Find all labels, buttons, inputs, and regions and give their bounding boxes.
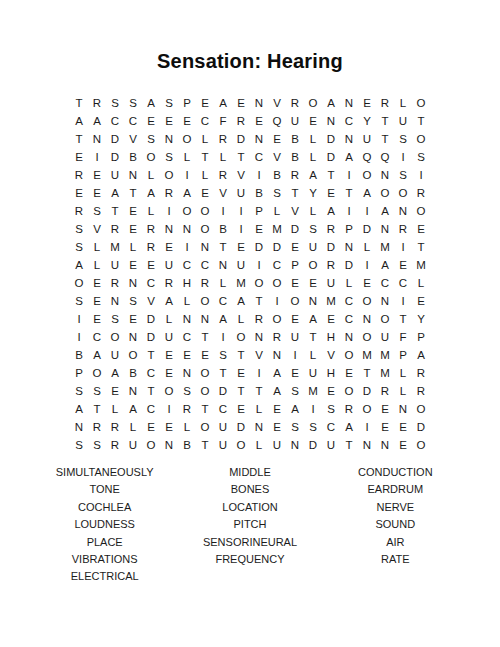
grid-cell[interactable]: L bbox=[160, 310, 178, 328]
grid-cell[interactable]: S bbox=[88, 382, 106, 400]
grid-cell[interactable]: S bbox=[70, 292, 88, 310]
grid-cell[interactable]: U bbox=[322, 274, 340, 292]
grid-cell[interactable]: E bbox=[232, 400, 250, 418]
grid-cell[interactable]: C bbox=[196, 112, 214, 130]
grid-cell[interactable]: E bbox=[142, 418, 160, 436]
grid-cell[interactable]: F bbox=[214, 112, 232, 130]
grid-cell[interactable]: C bbox=[340, 310, 358, 328]
grid-cell[interactable]: E bbox=[286, 364, 304, 382]
grid-cell[interactable]: V bbox=[214, 184, 232, 202]
grid-cell[interactable]: C bbox=[178, 256, 196, 274]
grid-cell[interactable]: N bbox=[250, 130, 268, 148]
grid-cell[interactable]: I bbox=[340, 166, 358, 184]
grid-cell[interactable]: C bbox=[340, 112, 358, 130]
grid-cell[interactable]: O bbox=[196, 292, 214, 310]
grid-cell[interactable]: S bbox=[268, 184, 286, 202]
grid-cell[interactable]: S bbox=[304, 220, 322, 238]
grid-cell[interactable]: E bbox=[88, 292, 106, 310]
grid-cell[interactable]: Y bbox=[304, 184, 322, 202]
grid-cell[interactable]: V bbox=[322, 346, 340, 364]
grid-cell[interactable]: O bbox=[412, 94, 430, 112]
grid-cell[interactable]: O bbox=[268, 274, 286, 292]
grid-cell[interactable]: R bbox=[376, 94, 394, 112]
grid-cell[interactable]: P bbox=[178, 94, 196, 112]
grid-cell[interactable]: L bbox=[412, 274, 430, 292]
grid-cell[interactable]: O bbox=[394, 184, 412, 202]
grid-cell[interactable]: D bbox=[358, 382, 376, 400]
grid-cell[interactable]: I bbox=[232, 220, 250, 238]
grid-cell[interactable]: V bbox=[88, 220, 106, 238]
grid-cell[interactable]: R bbox=[412, 364, 430, 382]
grid-cell[interactable]: N bbox=[250, 328, 268, 346]
grid-cell[interactable]: T bbox=[124, 184, 142, 202]
grid-cell[interactable]: E bbox=[196, 94, 214, 112]
grid-cell[interactable]: I bbox=[70, 328, 88, 346]
grid-cell[interactable]: E bbox=[70, 148, 88, 166]
grid-cell[interactable]: M bbox=[376, 238, 394, 256]
grid-cell[interactable]: I bbox=[340, 202, 358, 220]
grid-cell[interactable]: N bbox=[340, 328, 358, 346]
grid-cell[interactable]: U bbox=[268, 436, 286, 454]
grid-cell[interactable]: E bbox=[268, 130, 286, 148]
grid-cell[interactable]: R bbox=[322, 220, 340, 238]
grid-cell[interactable]: R bbox=[250, 310, 268, 328]
grid-cell[interactable]: M bbox=[322, 292, 340, 310]
grid-cell[interactable]: I bbox=[70, 310, 88, 328]
grid-cell[interactable]: R bbox=[286, 166, 304, 184]
grid-cell[interactable]: U bbox=[214, 418, 232, 436]
grid-cell[interactable]: A bbox=[304, 166, 322, 184]
grid-cell[interactable]: C bbox=[268, 256, 286, 274]
grid-cell[interactable]: R bbox=[214, 130, 232, 148]
grid-cell[interactable]: C bbox=[250, 148, 268, 166]
grid-cell[interactable]: R bbox=[70, 166, 88, 184]
grid-cell[interactable]: U bbox=[376, 328, 394, 346]
grid-cell[interactable]: V bbox=[286, 202, 304, 220]
grid-cell[interactable]: U bbox=[286, 328, 304, 346]
grid-cell[interactable]: S bbox=[394, 166, 412, 184]
grid-cell[interactable]: L bbox=[304, 148, 322, 166]
grid-cell[interactable]: C bbox=[142, 364, 160, 382]
grid-cell[interactable]: O bbox=[88, 364, 106, 382]
grid-cell[interactable]: N bbox=[196, 238, 214, 256]
grid-cell[interactable]: D bbox=[304, 436, 322, 454]
grid-cell[interactable]: S bbox=[322, 400, 340, 418]
grid-cell[interactable]: S bbox=[124, 292, 142, 310]
grid-cell[interactable]: R bbox=[376, 382, 394, 400]
grid-cell[interactable]: A bbox=[214, 310, 232, 328]
grid-cell[interactable]: B bbox=[268, 166, 286, 184]
grid-cell[interactable]: N bbox=[376, 220, 394, 238]
grid-cell[interactable]: O bbox=[376, 184, 394, 202]
grid-cell[interactable]: A bbox=[286, 400, 304, 418]
grid-cell[interactable]: S bbox=[88, 202, 106, 220]
grid-cell[interactable]: T bbox=[70, 130, 88, 148]
grid-cell[interactable]: N bbox=[304, 292, 322, 310]
grid-cell[interactable]: R bbox=[160, 274, 178, 292]
grid-cell[interactable]: R bbox=[178, 400, 196, 418]
grid-cell[interactable]: N bbox=[214, 256, 232, 274]
grid-cell[interactable]: N bbox=[394, 400, 412, 418]
grid-cell[interactable]: N bbox=[124, 328, 142, 346]
grid-cell[interactable]: E bbox=[88, 184, 106, 202]
grid-cell[interactable]: E bbox=[232, 364, 250, 382]
grid-cell[interactable]: L bbox=[178, 148, 196, 166]
grid-cell[interactable]: N bbox=[196, 310, 214, 328]
grid-cell[interactable]: A bbox=[304, 310, 322, 328]
grid-cell[interactable]: O bbox=[160, 382, 178, 400]
grid-cell[interactable]: F bbox=[394, 328, 412, 346]
grid-cell[interactable]: N bbox=[286, 436, 304, 454]
grid-cell[interactable]: N bbox=[88, 130, 106, 148]
grid-cell[interactable]: A bbox=[376, 256, 394, 274]
grid-cell[interactable]: I bbox=[358, 202, 376, 220]
grid-cell[interactable]: O bbox=[142, 436, 160, 454]
grid-cell[interactable]: D bbox=[106, 130, 124, 148]
grid-cell[interactable]: E bbox=[88, 310, 106, 328]
grid-cell[interactable]: U bbox=[304, 238, 322, 256]
grid-cell[interactable]: T bbox=[196, 436, 214, 454]
grid-cell[interactable]: D bbox=[250, 238, 268, 256]
grid-cell[interactable]: L bbox=[250, 436, 268, 454]
grid-cell[interactable]: U bbox=[160, 256, 178, 274]
grid-cell[interactable]: Q bbox=[268, 112, 286, 130]
grid-cell[interactable]: I bbox=[412, 166, 430, 184]
grid-cell[interactable]: N bbox=[358, 310, 376, 328]
grid-cell[interactable]: T bbox=[196, 400, 214, 418]
grid-cell[interactable]: D bbox=[232, 130, 250, 148]
grid-cell[interactable]: D bbox=[412, 418, 430, 436]
grid-cell[interactable]: I bbox=[178, 166, 196, 184]
grid-cell[interactable]: L bbox=[304, 130, 322, 148]
grid-cell[interactable]: T bbox=[88, 400, 106, 418]
grid-cell[interactable]: S bbox=[106, 310, 124, 328]
grid-cell[interactable]: V bbox=[142, 292, 160, 310]
grid-cell[interactable]: A bbox=[322, 202, 340, 220]
grid-cell[interactable]: A bbox=[70, 256, 88, 274]
grid-cell[interactable]: A bbox=[106, 184, 124, 202]
grid-cell[interactable]: E bbox=[196, 184, 214, 202]
grid-cell[interactable]: M bbox=[358, 346, 376, 364]
grid-cell[interactable]: T bbox=[322, 166, 340, 184]
grid-cell[interactable]: T bbox=[340, 184, 358, 202]
grid-cell[interactable]: N bbox=[124, 274, 142, 292]
grid-cell[interactable]: U bbox=[232, 184, 250, 202]
grid-cell[interactable]: L bbox=[340, 274, 358, 292]
grid-cell[interactable]: C bbox=[196, 256, 214, 274]
grid-cell[interactable]: P bbox=[70, 364, 88, 382]
grid-cell[interactable]: E bbox=[124, 256, 142, 274]
grid-cell[interactable]: E bbox=[160, 346, 178, 364]
grid-cell[interactable]: N bbox=[70, 418, 88, 436]
grid-cell[interactable]: L bbox=[214, 148, 232, 166]
grid-cell[interactable]: I bbox=[358, 256, 376, 274]
grid-cell[interactable]: S bbox=[70, 238, 88, 256]
grid-cell[interactable]: R bbox=[142, 220, 160, 238]
grid-cell[interactable]: O bbox=[286, 292, 304, 310]
grid-cell[interactable]: E bbox=[250, 220, 268, 238]
grid-cell[interactable]: L bbox=[196, 130, 214, 148]
grid-cell[interactable]: L bbox=[394, 382, 412, 400]
grid-cell[interactable]: R bbox=[196, 274, 214, 292]
grid-cell[interactable]: T bbox=[142, 382, 160, 400]
grid-cell[interactable]: O bbox=[250, 274, 268, 292]
grid-cell[interactable]: I bbox=[358, 418, 376, 436]
grid-cell[interactable]: E bbox=[268, 418, 286, 436]
grid-cell[interactable]: O bbox=[412, 130, 430, 148]
grid-cell[interactable]: S bbox=[304, 418, 322, 436]
grid-cell[interactable]: E bbox=[394, 436, 412, 454]
grid-cell[interactable]: I bbox=[304, 400, 322, 418]
grid-cell[interactable]: L bbox=[106, 400, 124, 418]
grid-cell[interactable]: T bbox=[250, 382, 268, 400]
grid-cell[interactable]: I bbox=[394, 292, 412, 310]
grid-cell[interactable]: T bbox=[376, 112, 394, 130]
grid-cell[interactable]: I bbox=[214, 328, 232, 346]
grid-cell[interactable]: D bbox=[322, 148, 340, 166]
grid-cell[interactable]: N bbox=[394, 202, 412, 220]
grid-cell[interactable]: P bbox=[250, 202, 268, 220]
grid-cell[interactable]: O bbox=[196, 418, 214, 436]
grid-cell[interactable]: R bbox=[106, 274, 124, 292]
grid-cell[interactable]: S bbox=[214, 346, 232, 364]
grid-cell[interactable]: U bbox=[106, 346, 124, 364]
grid-cell[interactable]: E bbox=[124, 220, 142, 238]
grid-cell[interactable]: O bbox=[178, 130, 196, 148]
grid-cell[interactable]: E bbox=[358, 274, 376, 292]
grid-cell[interactable]: I bbox=[160, 202, 178, 220]
grid-cell[interactable]: C bbox=[322, 418, 340, 436]
grid-cell[interactable]: A bbox=[232, 292, 250, 310]
grid-cell[interactable]: L bbox=[124, 238, 142, 256]
grid-cell[interactable]: T bbox=[196, 328, 214, 346]
grid-cell[interactable]: T bbox=[232, 346, 250, 364]
grid-cell[interactable]: E bbox=[178, 112, 196, 130]
grid-cell[interactable]: D bbox=[214, 382, 232, 400]
grid-cell[interactable]: I bbox=[88, 148, 106, 166]
grid-cell[interactable]: N bbox=[376, 436, 394, 454]
grid-cell[interactable]: C bbox=[340, 292, 358, 310]
grid-cell[interactable]: D bbox=[358, 220, 376, 238]
grid-cell[interactable]: D bbox=[268, 238, 286, 256]
grid-cell[interactable]: C bbox=[394, 274, 412, 292]
grid-cell[interactable]: A bbox=[268, 382, 286, 400]
grid-cell[interactable]: R bbox=[412, 382, 430, 400]
grid-cell[interactable]: A bbox=[70, 400, 88, 418]
grid-cell[interactable]: O bbox=[412, 436, 430, 454]
grid-cell[interactable]: Q bbox=[358, 148, 376, 166]
grid-cell[interactable]: M bbox=[268, 220, 286, 238]
grid-cell[interactable]: N bbox=[322, 112, 340, 130]
grid-cell[interactable]: E bbox=[376, 400, 394, 418]
grid-cell[interactable]: R bbox=[88, 94, 106, 112]
grid-cell[interactable]: O bbox=[178, 202, 196, 220]
grid-cell[interactable]: B bbox=[70, 346, 88, 364]
grid-cell[interactable]: L bbox=[214, 274, 232, 292]
grid-cell[interactable]: R bbox=[106, 436, 124, 454]
grid-cell[interactable]: L bbox=[394, 94, 412, 112]
grid-cell[interactable]: T bbox=[70, 94, 88, 112]
grid-cell[interactable]: U bbox=[358, 130, 376, 148]
grid-cell[interactable]: A bbox=[340, 418, 358, 436]
grid-cell[interactable]: E bbox=[88, 166, 106, 184]
grid-cell[interactable]: R bbox=[106, 418, 124, 436]
grid-cell[interactable]: I bbox=[250, 166, 268, 184]
grid-cell[interactable]: B bbox=[286, 148, 304, 166]
grid-cell[interactable]: P bbox=[340, 220, 358, 238]
grid-cell[interactable]: E bbox=[106, 382, 124, 400]
grid-cell[interactable]: V bbox=[268, 148, 286, 166]
grid-cell[interactable]: D bbox=[340, 256, 358, 274]
grid-cell[interactable]: O bbox=[412, 400, 430, 418]
grid-cell[interactable]: I bbox=[250, 256, 268, 274]
grid-cell[interactable]: O bbox=[106, 328, 124, 346]
grid-cell[interactable]: D bbox=[322, 238, 340, 256]
grid-cell[interactable]: N bbox=[376, 292, 394, 310]
grid-cell[interactable]: L bbox=[268, 202, 286, 220]
grid-cell[interactable]: E bbox=[304, 274, 322, 292]
grid-cell[interactable]: E bbox=[322, 382, 340, 400]
grid-cell[interactable]: L bbox=[250, 400, 268, 418]
grid-cell[interactable]: R bbox=[394, 220, 412, 238]
grid-cell[interactable]: P bbox=[286, 256, 304, 274]
grid-cell[interactable]: E bbox=[142, 256, 160, 274]
grid-cell[interactable]: A bbox=[376, 202, 394, 220]
grid-cell[interactable]: R bbox=[286, 94, 304, 112]
grid-cell[interactable]: R bbox=[160, 184, 178, 202]
grid-cell[interactable]: L bbox=[142, 166, 160, 184]
grid-cell[interactable]: L bbox=[142, 202, 160, 220]
grid-cell[interactable]: S bbox=[394, 130, 412, 148]
grid-cell[interactable]: L bbox=[358, 238, 376, 256]
grid-cell[interactable]: D bbox=[322, 130, 340, 148]
grid-cell[interactable]: B bbox=[124, 364, 142, 382]
grid-cell[interactable]: E bbox=[124, 202, 142, 220]
grid-cell[interactable]: I bbox=[250, 364, 268, 382]
grid-cell[interactable]: O bbox=[160, 166, 178, 184]
grid-cell[interactable]: E bbox=[124, 310, 142, 328]
grid-cell[interactable]: R bbox=[412, 184, 430, 202]
grid-cell[interactable]: E bbox=[304, 112, 322, 130]
grid-cell[interactable]: R bbox=[232, 112, 250, 130]
grid-cell[interactable]: H bbox=[178, 274, 196, 292]
grid-cell[interactable]: N bbox=[160, 130, 178, 148]
grid-cell[interactable]: A bbox=[178, 184, 196, 202]
grid-cell[interactable]: O bbox=[124, 346, 142, 364]
grid-cell[interactable]: B bbox=[214, 220, 232, 238]
grid-cell[interactable]: M bbox=[106, 238, 124, 256]
grid-cell[interactable]: O bbox=[358, 292, 376, 310]
grid-cell[interactable]: S bbox=[70, 220, 88, 238]
grid-cell[interactable]: C bbox=[124, 112, 142, 130]
grid-cell[interactable]: I bbox=[394, 148, 412, 166]
grid-cell[interactable]: O bbox=[268, 310, 286, 328]
grid-cell[interactable]: L bbox=[124, 418, 142, 436]
grid-cell[interactable]: L bbox=[88, 238, 106, 256]
grid-cell[interactable]: H bbox=[322, 328, 340, 346]
grid-cell[interactable]: B bbox=[286, 130, 304, 148]
grid-cell[interactable]: U bbox=[214, 436, 232, 454]
grid-cell[interactable]: N bbox=[106, 292, 124, 310]
grid-cell[interactable]: A bbox=[358, 184, 376, 202]
grid-cell[interactable]: A bbox=[268, 364, 286, 382]
grid-cell[interactable]: T bbox=[106, 202, 124, 220]
grid-cell[interactable]: S bbox=[70, 382, 88, 400]
grid-cell[interactable]: U bbox=[160, 328, 178, 346]
grid-cell[interactable]: O bbox=[304, 256, 322, 274]
grid-cell[interactable]: U bbox=[394, 112, 412, 130]
grid-cell[interactable]: B bbox=[250, 184, 268, 202]
grid-cell[interactable]: L bbox=[88, 256, 106, 274]
grid-cell[interactable]: E bbox=[394, 256, 412, 274]
grid-cell[interactable]: R bbox=[214, 166, 232, 184]
grid-cell[interactable]: M bbox=[412, 256, 430, 274]
grid-cell[interactable]: L bbox=[304, 346, 322, 364]
grid-cell[interactable]: E bbox=[394, 418, 412, 436]
grid-cell[interactable]: S bbox=[160, 94, 178, 112]
grid-cell[interactable]: A bbox=[88, 346, 106, 364]
grid-cell[interactable]: O bbox=[232, 436, 250, 454]
grid-cell[interactable]: V bbox=[232, 166, 250, 184]
grid-cell[interactable]: I bbox=[178, 238, 196, 256]
grid-cell[interactable]: D bbox=[232, 418, 250, 436]
grid-cell[interactable]: O bbox=[304, 94, 322, 112]
grid-cell[interactable]: D bbox=[286, 220, 304, 238]
grid-cell[interactable]: E bbox=[160, 418, 178, 436]
grid-cell[interactable]: A bbox=[124, 400, 142, 418]
grid-cell[interactable]: T bbox=[142, 346, 160, 364]
grid-cell[interactable]: N bbox=[358, 436, 376, 454]
grid-cell[interactable]: N bbox=[340, 130, 358, 148]
grid-cell[interactable]: V bbox=[268, 94, 286, 112]
grid-cell[interactable]: D bbox=[106, 148, 124, 166]
grid-cell[interactable]: R bbox=[322, 256, 340, 274]
grid-cell[interactable]: U bbox=[232, 256, 250, 274]
grid-cell[interactable]: L bbox=[394, 364, 412, 382]
grid-cell[interactable]: A bbox=[412, 346, 430, 364]
grid-cell[interactable]: E bbox=[340, 364, 358, 382]
grid-cell[interactable]: S bbox=[88, 436, 106, 454]
grid-cell[interactable]: D bbox=[142, 328, 160, 346]
grid-cell[interactable]: C bbox=[214, 400, 232, 418]
grid-cell[interactable]: R bbox=[268, 328, 286, 346]
grid-cell[interactable]: E bbox=[412, 220, 430, 238]
grid-cell[interactable]: O bbox=[196, 382, 214, 400]
grid-cell[interactable]: N bbox=[376, 166, 394, 184]
grid-cell[interactable]: N bbox=[124, 166, 142, 184]
grid-cell[interactable]: O bbox=[196, 220, 214, 238]
grid-cell[interactable]: R bbox=[142, 238, 160, 256]
grid-cell[interactable]: S bbox=[142, 130, 160, 148]
grid-cell[interactable]: M bbox=[376, 346, 394, 364]
grid-cell[interactable]: I bbox=[394, 238, 412, 256]
grid-cell[interactable]: O bbox=[412, 202, 430, 220]
grid-cell[interactable]: E bbox=[160, 238, 178, 256]
grid-cell[interactable]: C bbox=[214, 292, 232, 310]
grid-cell[interactable]: O bbox=[196, 364, 214, 382]
grid-cell[interactable]: A bbox=[106, 364, 124, 382]
grid-cell[interactable]: S bbox=[160, 148, 178, 166]
grid-cell[interactable]: S bbox=[412, 148, 430, 166]
grid-cell[interactable]: I bbox=[286, 346, 304, 364]
grid-cell[interactable]: T bbox=[232, 148, 250, 166]
grid-cell[interactable]: M bbox=[304, 382, 322, 400]
grid-cell[interactable]: C bbox=[376, 274, 394, 292]
grid-cell[interactable]: O bbox=[358, 328, 376, 346]
grid-cell[interactable]: O bbox=[232, 328, 250, 346]
grid-cell[interactable]: N bbox=[160, 220, 178, 238]
grid-cell[interactable]: O bbox=[376, 310, 394, 328]
